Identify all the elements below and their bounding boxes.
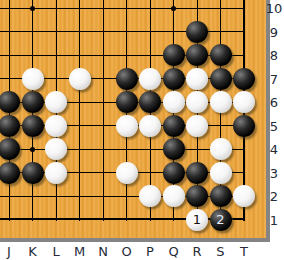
go-stone-black-Q4 (163, 138, 185, 160)
coord-label-row-10: 10 (266, 1, 283, 16)
go-stone-white-R6 (186, 91, 208, 113)
go-stone-black-T7 (233, 68, 255, 90)
go-stone-black-Q5 (163, 115, 185, 137)
go-stone-white-S6 (210, 91, 232, 113)
go-stone-white-R1: 1 (186, 209, 208, 231)
coord-label-col-L: L (52, 244, 59, 259)
go-stone-white-L3 (45, 162, 67, 184)
go-stone-white-R7 (186, 68, 208, 90)
go-board-diagram: 21 JKLMNOPQRST 10987654321 (0, 0, 284, 260)
go-stone-black-J6 (0, 91, 20, 113)
coord-label-col-T: T (240, 244, 248, 259)
coord-label-col-O: O (121, 244, 131, 259)
go-stone-white-P7 (139, 68, 161, 90)
coord-label-col-Q: Q (168, 244, 178, 259)
coord-label-col-R: R (192, 244, 201, 259)
go-stone-black-O6 (116, 91, 138, 113)
go-stone-white-O3 (116, 162, 138, 184)
go-stone-black-O7 (116, 68, 138, 90)
go-stone-black-J4 (0, 138, 20, 160)
coord-label-row-7: 7 (270, 71, 278, 86)
go-stone-white-S4 (210, 138, 232, 160)
coord-label-col-M: M (74, 244, 85, 259)
go-stone-white-P5 (139, 115, 161, 137)
go-stone-black-P6 (139, 91, 161, 113)
coord-label-row-5: 5 (270, 118, 278, 133)
move-number-label: 2 (216, 213, 224, 226)
go-stone-white-K7 (22, 68, 44, 90)
go-stone-black-Q3 (163, 162, 185, 184)
go-stone-white-M7 (69, 68, 91, 90)
go-stone-white-Q2 (163, 185, 185, 207)
go-stone-white-P2 (139, 185, 161, 207)
go-stone-black-S8 (210, 44, 232, 66)
go-stone-black-R2 (186, 185, 208, 207)
go-stone-white-L5 (45, 115, 67, 137)
go-stone-black-K3 (22, 162, 44, 184)
coord-label-row-9: 9 (270, 24, 278, 39)
coord-label-row-2: 2 (270, 189, 278, 204)
go-stone-white-L4 (45, 138, 67, 160)
go-stone-white-T6 (233, 91, 255, 113)
go-board[interactable]: 21 (0, 0, 270, 242)
go-stone-black-J3 (0, 162, 20, 184)
coord-label-row-4: 4 (270, 142, 278, 157)
go-stone-black-R9 (186, 21, 208, 43)
coord-label-col-S: S (216, 244, 224, 259)
go-stone-black-Q7 (163, 68, 185, 90)
go-stone-black-S2 (210, 185, 232, 207)
coord-label-row-6: 6 (270, 95, 278, 110)
go-stone-black-T5 (233, 115, 255, 137)
go-stone-white-S3 (210, 162, 232, 184)
go-stone-black-S7 (210, 68, 232, 90)
go-stone-white-R5 (186, 115, 208, 137)
coord-label-col-J: J (7, 244, 11, 259)
go-stone-black-S1: 2 (210, 209, 232, 231)
stones-layer: 21 (0, 0, 266, 238)
go-stone-black-K6 (22, 91, 44, 113)
go-stone-black-R8 (186, 44, 208, 66)
go-stone-white-T2 (233, 185, 255, 207)
coord-label-row-1: 1 (270, 212, 278, 227)
go-stone-black-R3 (186, 162, 208, 184)
go-stone-white-Q6 (163, 91, 185, 113)
move-number-label: 1 (193, 213, 201, 226)
coord-label-col-K: K (28, 244, 37, 259)
coord-label-row-8: 8 (270, 48, 278, 63)
go-stone-white-O5 (116, 115, 138, 137)
go-stone-black-Q8 (163, 44, 185, 66)
coord-label-row-3: 3 (270, 165, 278, 180)
coord-label-col-P: P (146, 244, 154, 259)
coord-label-col-N: N (98, 244, 108, 259)
go-stone-white-L6 (45, 91, 67, 113)
go-stone-black-J5 (0, 115, 20, 137)
go-stone-black-K5 (22, 115, 44, 137)
